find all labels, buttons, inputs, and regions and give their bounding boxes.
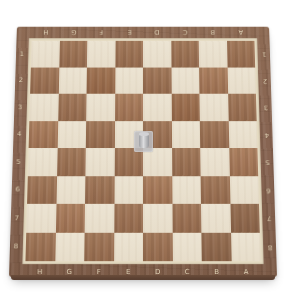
square-h1 [31,41,60,67]
square-d6 [143,176,172,204]
square-a7 [230,204,260,232]
coordinate-label: 6 [12,176,23,204]
square-e2 [115,67,143,94]
coordinate-label: C [171,28,199,36]
square-c2 [171,67,199,94]
square-b1 [199,41,227,67]
coordinate-label: 5 [13,148,24,176]
square-c7 [172,204,201,232]
square-g8 [55,232,85,261]
square-a1 [227,41,256,67]
square-f8 [84,232,114,261]
coordinate-label: 3 [261,94,271,121]
square-e7 [114,204,143,232]
coordinate-label: 6 [263,176,274,204]
square-f1 [87,41,115,67]
square-a2 [227,67,256,94]
coordinate-label: H [32,28,60,36]
coordinate-label: A [226,28,254,36]
square-h8 [25,232,55,261]
square-e8 [114,232,143,261]
square-f5 [85,148,114,176]
coordinate-label: E [115,28,143,36]
square-f6 [85,176,114,204]
square-h3 [29,94,58,121]
square-b8 [201,232,231,261]
coordinate-label: G [60,28,88,36]
coordinate-label: 8 [10,232,21,261]
coordinate-label: D [143,28,171,36]
coordinate-label: 4 [261,121,271,148]
coords-top: HGFEDCBA [32,28,255,36]
square-c5 [172,148,201,176]
square-h4 [29,121,58,148]
coordinate-label: B [199,28,227,36]
square-b3 [199,94,228,121]
square-g4 [57,121,86,148]
square-a5 [229,148,258,176]
coordinate-label: 2 [260,67,270,94]
square-c6 [172,176,201,204]
square-b6 [201,176,230,204]
square-h6 [27,176,57,204]
square-g3 [58,94,87,121]
square-b5 [200,148,229,176]
square-f7 [85,204,114,232]
square-a8 [231,232,261,261]
coordinate-label: 1 [259,41,269,67]
coordinate-label: 8 [265,232,276,261]
coordinate-label: 5 [262,148,273,176]
square-g5 [57,148,86,176]
square-d2 [143,67,171,94]
square-e1 [115,41,143,67]
square-e5 [114,148,143,176]
cylinder-glyph [139,134,149,148]
square-d1 [143,41,171,67]
video-placeholder-icon [134,131,153,152]
square-c3 [171,94,200,121]
square-e6 [114,176,143,204]
chessboard-product-photo: HGFEDCBA HGFEDCBA 12345678 12345678 [0,0,287,300]
square-a6 [229,176,259,204]
square-b2 [199,67,228,94]
square-f2 [87,67,115,94]
square-g7 [55,204,85,232]
square-b7 [201,204,231,232]
coordinate-label: 4 [14,121,24,148]
square-g1 [59,41,87,67]
coordinate-label: 3 [15,94,25,121]
square-f4 [86,121,115,148]
coordinate-label: 2 [16,67,26,94]
square-h2 [30,67,59,94]
square-h5 [28,148,57,176]
square-a4 [228,121,257,148]
coordinate-label: 1 [17,41,27,67]
coordinate-label: F [87,28,115,36]
square-b4 [200,121,229,148]
square-f3 [86,94,115,121]
square-c4 [171,121,200,148]
square-a3 [228,94,257,121]
coordinate-label: 7 [264,204,275,232]
board-bottom-edge [11,275,275,280]
square-c8 [172,232,202,261]
square-g2 [58,67,87,94]
square-d7 [143,204,172,232]
square-g6 [56,176,85,204]
square-d3 [143,94,171,121]
square-h7 [26,204,56,232]
square-c1 [171,41,199,67]
square-d8 [143,232,172,261]
square-d5 [143,148,172,176]
square-e3 [115,94,143,121]
coordinate-label: 7 [11,204,22,232]
